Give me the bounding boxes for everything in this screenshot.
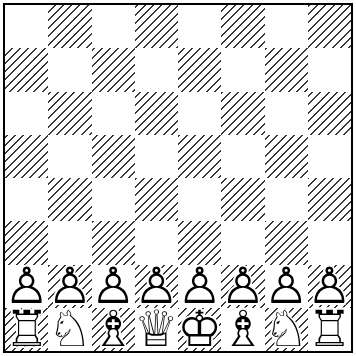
square-h2[interactable]: ♟♙ <box>308 265 351 308</box>
square-h7[interactable] <box>308 48 351 91</box>
square-b5[interactable] <box>48 135 91 178</box>
square-b3[interactable] <box>48 221 91 264</box>
square-d6[interactable] <box>135 92 178 135</box>
square-c3[interactable] <box>92 221 135 264</box>
piece-white-fill-layer: ♜ <box>5 308 48 351</box>
square-g3[interactable] <box>265 221 308 264</box>
square-f2[interactable]: ♟♙ <box>221 265 264 308</box>
piece-white-fill-layer: ♟ <box>48 265 91 308</box>
square-d7[interactable] <box>135 48 178 91</box>
square-d8[interactable] <box>135 5 178 48</box>
square-c2[interactable]: ♟♙ <box>92 265 135 308</box>
white-pawn: ♙ <box>308 265 351 308</box>
square-a6[interactable] <box>5 92 48 135</box>
white-pawn: ♙ <box>5 265 48 308</box>
piece-white-fill-layer: ♟ <box>265 265 308 308</box>
square-a8[interactable] <box>5 5 48 48</box>
square-c5[interactable] <box>92 135 135 178</box>
square-d5[interactable] <box>135 135 178 178</box>
piece-white-fill-layer: ♟ <box>135 265 178 308</box>
white-rook: ♖ <box>5 308 48 351</box>
white-pawn: ♙ <box>48 265 91 308</box>
square-c1[interactable]: ♝♗ <box>92 308 135 351</box>
square-e2[interactable]: ♟♙ <box>178 265 221 308</box>
square-b1[interactable]: ♞♘ <box>48 308 91 351</box>
white-pawn: ♙ <box>135 265 178 308</box>
white-pawn: ♙ <box>221 265 264 308</box>
square-d3[interactable] <box>135 221 178 264</box>
chess-board: ♟♙♟♙♟♙♟♙♟♙♟♙♟♙♟♙♜♖♞♘♝♗♛♕♚♔♝♗♞♘♜♖ <box>3 3 353 353</box>
square-c4[interactable] <box>92 178 135 221</box>
square-g7[interactable] <box>265 48 308 91</box>
piece-white-fill-layer: ♟ <box>308 265 351 308</box>
square-e8[interactable] <box>178 5 221 48</box>
square-c7[interactable] <box>92 48 135 91</box>
square-h4[interactable] <box>308 178 351 221</box>
white-rook: ♖ <box>308 308 351 351</box>
piece-white-fill-layer: ♟ <box>221 265 264 308</box>
piece-white-fill-layer: ♚ <box>178 308 221 351</box>
square-f8[interactable] <box>221 5 264 48</box>
square-a3[interactable] <box>5 221 48 264</box>
square-d4[interactable] <box>135 178 178 221</box>
square-b8[interactable] <box>48 5 91 48</box>
square-h3[interactable] <box>308 221 351 264</box>
square-a2[interactable]: ♟♙ <box>5 265 48 308</box>
square-c8[interactable] <box>92 5 135 48</box>
square-h5[interactable] <box>308 135 351 178</box>
white-bishop: ♗ <box>92 308 135 351</box>
white-queen: ♕ <box>135 308 178 351</box>
square-f4[interactable] <box>221 178 264 221</box>
square-f5[interactable] <box>221 135 264 178</box>
square-e1[interactable]: ♚♔ <box>178 308 221 351</box>
square-h8[interactable] <box>308 5 351 48</box>
square-a5[interactable] <box>5 135 48 178</box>
white-knight: ♘ <box>48 308 91 351</box>
white-bishop: ♗ <box>221 308 264 351</box>
piece-white-fill-layer: ♛ <box>135 308 178 351</box>
piece-white-fill-layer: ♝ <box>92 308 135 351</box>
square-e3[interactable] <box>178 221 221 264</box>
square-e7[interactable] <box>178 48 221 91</box>
square-g2[interactable]: ♟♙ <box>265 265 308 308</box>
square-e6[interactable] <box>178 92 221 135</box>
square-a4[interactable] <box>5 178 48 221</box>
square-g5[interactable] <box>265 135 308 178</box>
square-a7[interactable] <box>5 48 48 91</box>
square-f1[interactable]: ♝♗ <box>221 308 264 351</box>
square-c6[interactable] <box>92 92 135 135</box>
piece-white-fill-layer: ♞ <box>265 308 308 351</box>
square-e4[interactable] <box>178 178 221 221</box>
square-f3[interactable] <box>221 221 264 264</box>
square-a1[interactable]: ♜♖ <box>5 308 48 351</box>
square-g8[interactable] <box>265 5 308 48</box>
square-g1[interactable]: ♞♘ <box>265 308 308 351</box>
square-f7[interactable] <box>221 48 264 91</box>
square-b6[interactable] <box>48 92 91 135</box>
square-d2[interactable]: ♟♙ <box>135 265 178 308</box>
piece-white-fill-layer: ♟ <box>92 265 135 308</box>
square-h6[interactable] <box>308 92 351 135</box>
white-pawn: ♙ <box>92 265 135 308</box>
white-knight: ♘ <box>265 308 308 351</box>
square-g6[interactable] <box>265 92 308 135</box>
square-b7[interactable] <box>48 48 91 91</box>
white-pawn: ♙ <box>265 265 308 308</box>
piece-white-fill-layer: ♞ <box>48 308 91 351</box>
piece-white-fill-layer: ♝ <box>221 308 264 351</box>
white-king: ♔ <box>178 308 221 351</box>
square-d1[interactable]: ♛♕ <box>135 308 178 351</box>
piece-white-fill-layer: ♟ <box>178 265 221 308</box>
piece-white-fill-layer: ♜ <box>308 308 351 351</box>
square-b2[interactable]: ♟♙ <box>48 265 91 308</box>
square-f6[interactable] <box>221 92 264 135</box>
chess-diagram-page: ♟♙♟♙♟♙♟♙♟♙♟♙♟♙♟♙♜♖♞♘♝♗♛♕♚♔♝♗♞♘♜♖ <box>0 0 356 356</box>
square-g4[interactable] <box>265 178 308 221</box>
square-e5[interactable] <box>178 135 221 178</box>
white-pawn: ♙ <box>178 265 221 308</box>
square-b4[interactable] <box>48 178 91 221</box>
piece-white-fill-layer: ♟ <box>5 265 48 308</box>
square-h1[interactable]: ♜♖ <box>308 308 351 351</box>
